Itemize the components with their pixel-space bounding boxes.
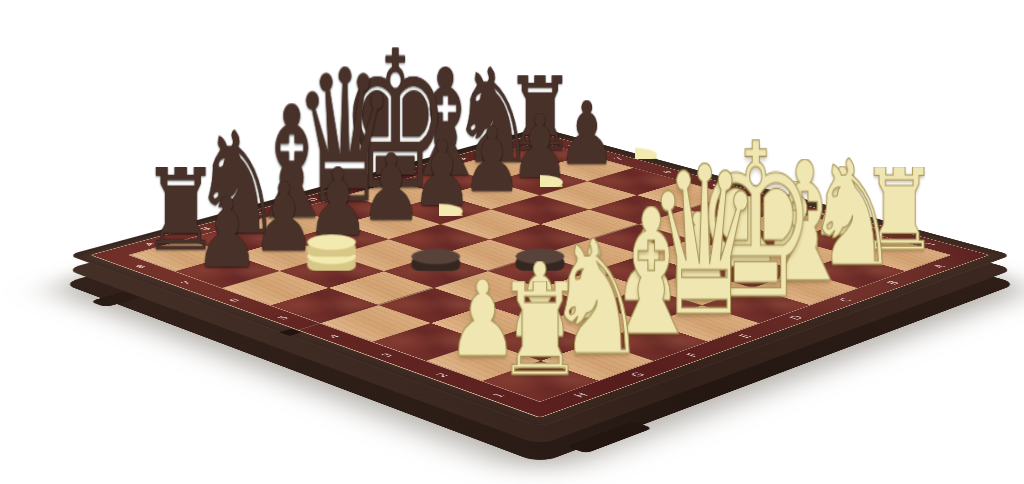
product-photo-scene: ABCDEFGH HGFEDCBA 87654321 87654321 ♜♞♝♛… xyxy=(0,0,1024,484)
travel-chess-board: ABCDEFGH HGFEDCBA 87654321 87654321 ♜♞♝♛… xyxy=(68,127,1013,427)
white-rook-a1: ♜ xyxy=(495,281,584,381)
board-grid: ♜♞♝♛♚♝♞♜♟♟♟♟♟♟♟♟♟♟♟♟♟♟♟♟♜♞♝♛♚♝♞♜ xyxy=(130,142,950,401)
black-pawn-a7: ♟ xyxy=(195,196,260,271)
